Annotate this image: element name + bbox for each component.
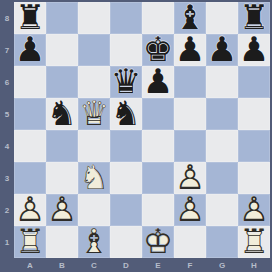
file-label-g: G: [206, 258, 238, 272]
square-e1[interactable]: ♚♔: [142, 226, 174, 258]
rank-label-3: 3: [0, 162, 14, 194]
square-h7[interactable]: ♟: [238, 34, 270, 66]
piece-white-pawn-b2[interactable]: ♟♙: [46, 194, 78, 226]
piece-white-king-e1[interactable]: ♚♔: [142, 226, 174, 258]
square-g3[interactable]: [206, 162, 238, 194]
square-c7[interactable]: [78, 34, 110, 66]
black-pawn-icon: ♟: [175, 32, 205, 66]
square-h5[interactable]: [238, 98, 270, 130]
rank-labels: 87654321: [0, 2, 14, 258]
black-pawn-icon: ♟: [207, 32, 237, 66]
piece-black-pawn-a7[interactable]: ♟: [14, 34, 46, 66]
rank-label-7: 7: [0, 34, 14, 66]
piece-white-bishop-c1[interactable]: ♝♗: [78, 226, 110, 258]
black-pawn-icon: ♟: [239, 32, 269, 66]
square-b5[interactable]: ♞: [46, 98, 78, 130]
square-b8[interactable]: [46, 2, 78, 34]
black-knight-icon: ♞: [111, 96, 141, 130]
rank-label-1: 1: [0, 226, 14, 258]
square-g5[interactable]: [206, 98, 238, 130]
square-a6[interactable]: [14, 66, 46, 98]
file-label-b: B: [46, 258, 78, 272]
rank-label-5: 5: [0, 98, 14, 130]
rank-label-4: 4: [0, 130, 14, 162]
white-rook-outline-icon: ♖: [15, 224, 45, 258]
square-d1[interactable]: [110, 226, 142, 258]
file-label-d: D: [110, 258, 142, 272]
square-g2[interactable]: [206, 194, 238, 226]
piece-black-pawn-g7[interactable]: ♟: [206, 34, 238, 66]
piece-black-pawn-f7[interactable]: ♟: [174, 34, 206, 66]
square-a1[interactable]: ♜♖: [14, 226, 46, 258]
square-d3[interactable]: [110, 162, 142, 194]
piece-black-pawn-h7[interactable]: ♟: [238, 34, 270, 66]
square-a5[interactable]: [14, 98, 46, 130]
square-f7[interactable]: ♟: [174, 34, 206, 66]
square-e4[interactable]: [142, 130, 174, 162]
square-f1[interactable]: [174, 226, 206, 258]
square-c5[interactable]: ♛♕: [78, 98, 110, 130]
square-e5[interactable]: [142, 98, 174, 130]
square-b2[interactable]: ♟♙: [46, 194, 78, 226]
square-h6[interactable]: [238, 66, 270, 98]
white-queen-outline-icon: ♕: [79, 96, 109, 130]
chess-diagram: 87654321 ♜♝♜♟♚♟♟♟♛♟♞♛♕♞♞♘♟♙♟♙♟♙♟♙♟♙♜♖♝♗♚…: [0, 0, 272, 272]
white-pawn-outline-icon: ♙: [175, 192, 205, 226]
square-g6[interactable]: [206, 66, 238, 98]
piece-white-rook-a1[interactable]: ♜♖: [14, 226, 46, 258]
piece-white-knight-c3[interactable]: ♞♘: [78, 162, 110, 194]
square-a7[interactable]: ♟: [14, 34, 46, 66]
square-h1[interactable]: ♜♖: [238, 226, 270, 258]
piece-white-pawn-f2[interactable]: ♟♙: [174, 194, 206, 226]
square-c3[interactable]: ♞♘: [78, 162, 110, 194]
square-g7[interactable]: ♟: [206, 34, 238, 66]
square-f5[interactable]: [174, 98, 206, 130]
piece-black-knight-b5[interactable]: ♞: [46, 98, 78, 130]
file-label-f: F: [174, 258, 206, 272]
piece-white-rook-h1[interactable]: ♜♖: [238, 226, 270, 258]
square-g4[interactable]: [206, 130, 238, 162]
black-pawn-icon: ♟: [143, 64, 173, 98]
black-pawn-icon: ♟: [15, 32, 45, 66]
rank-label-8: 8: [0, 2, 14, 34]
square-b1[interactable]: [46, 226, 78, 258]
square-b7[interactable]: [46, 34, 78, 66]
rank-label-2: 2: [0, 194, 14, 226]
square-d2[interactable]: [110, 194, 142, 226]
square-d4[interactable]: [110, 130, 142, 162]
white-knight-outline-icon: ♘: [79, 160, 109, 194]
square-c8[interactable]: [78, 2, 110, 34]
square-h4[interactable]: [238, 130, 270, 162]
square-g1[interactable]: [206, 226, 238, 258]
square-f6[interactable]: [174, 66, 206, 98]
white-pawn-outline-icon: ♙: [47, 192, 77, 226]
square-a4[interactable]: [14, 130, 46, 162]
square-c1[interactable]: ♝♗: [78, 226, 110, 258]
square-f2[interactable]: ♟♙: [174, 194, 206, 226]
square-b4[interactable]: [46, 130, 78, 162]
chess-board[interactable]: ♜♝♜♟♚♟♟♟♛♟♞♛♕♞♞♘♟♙♟♙♟♙♟♙♟♙♜♖♝♗♚♔♜♖: [14, 2, 270, 258]
square-d5[interactable]: ♞: [110, 98, 142, 130]
square-e6[interactable]: ♟: [142, 66, 174, 98]
black-knight-icon: ♞: [47, 96, 77, 130]
rank-label-6: 6: [0, 66, 14, 98]
piece-black-knight-d5[interactable]: ♞: [110, 98, 142, 130]
piece-white-queen-c5[interactable]: ♛♕: [78, 98, 110, 130]
white-bishop-outline-icon: ♗: [79, 224, 109, 258]
piece-black-pawn-e6[interactable]: ♟: [142, 66, 174, 98]
square-d8[interactable]: [110, 2, 142, 34]
square-e3[interactable]: [142, 162, 174, 194]
white-king-outline-icon: ♔: [143, 224, 173, 258]
white-rook-outline-icon: ♖: [239, 224, 269, 258]
